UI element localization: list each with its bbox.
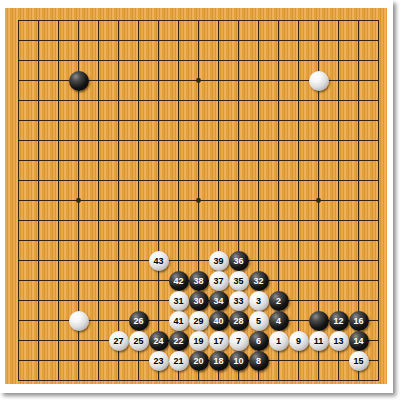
stone-black-26: 26	[129, 311, 149, 331]
stone-black-10: 10	[229, 351, 249, 371]
move-number: 39	[213, 256, 223, 266]
move-number: 22	[173, 336, 183, 346]
move-number: 25	[133, 336, 143, 346]
stone-white-5: 5	[249, 311, 269, 331]
stone-black-8: 8	[249, 351, 269, 371]
stone-black-16: 16	[349, 311, 369, 331]
stone-black-4: 4	[269, 311, 289, 331]
move-number: 2	[276, 296, 281, 306]
stone-white-23: 23	[149, 351, 169, 371]
move-number: 21	[173, 356, 183, 366]
move-number: 41	[173, 316, 183, 326]
stone-black	[69, 71, 89, 91]
stone-white-41: 41	[169, 311, 189, 331]
stone-black-22: 22	[169, 331, 189, 351]
move-number: 28	[233, 316, 243, 326]
move-number: 20	[193, 356, 203, 366]
move-number: 1	[276, 336, 281, 346]
move-number: 9	[296, 336, 301, 346]
move-number: 14	[353, 336, 363, 346]
stone-white-7: 7	[229, 331, 249, 351]
move-number: 38	[193, 276, 203, 286]
stone-white-9: 9	[289, 331, 309, 351]
move-number: 7	[236, 336, 241, 346]
goban-card: 4339364238373532313034333226412940285412…	[0, 0, 393, 393]
stone-black-24: 24	[149, 331, 169, 351]
move-number: 11	[314, 336, 324, 346]
move-number: 19	[193, 336, 203, 346]
stone-black-42: 42	[169, 271, 189, 291]
stone-white-11: 11	[309, 331, 329, 351]
stone-black-18: 18	[209, 351, 229, 371]
stone-white-25: 25	[129, 331, 149, 351]
move-number: 16	[353, 316, 363, 326]
move-number: 6	[256, 336, 261, 346]
stone-black-30: 30	[189, 291, 209, 311]
stone-white-31: 31	[169, 291, 189, 311]
stone-black-36: 36	[229, 251, 249, 271]
move-number: 37	[213, 276, 223, 286]
move-number: 40	[213, 316, 223, 326]
stone-black-28: 28	[229, 311, 249, 331]
stone-white-17: 17	[209, 331, 229, 351]
stone-white-3: 3	[249, 291, 269, 311]
move-number: 15	[353, 356, 363, 366]
move-number: 31	[173, 296, 183, 306]
stone-white-43: 43	[149, 251, 169, 271]
stone-white-15: 15	[349, 351, 369, 371]
stone-black-12: 12	[329, 311, 349, 331]
move-number: 34	[213, 296, 223, 306]
stone-black	[309, 311, 329, 331]
move-number: 27	[113, 336, 123, 346]
stone-white-13: 13	[329, 331, 349, 351]
stone-black-14: 14	[349, 331, 369, 351]
move-number: 43	[153, 256, 163, 266]
stone-black-34: 34	[209, 291, 229, 311]
move-number: 35	[233, 276, 243, 286]
stone-white-29: 29	[189, 311, 209, 331]
move-number: 5	[256, 316, 261, 326]
move-number: 24	[153, 336, 163, 346]
move-number: 12	[333, 316, 343, 326]
move-number: 4	[276, 316, 281, 326]
move-number: 23	[153, 356, 163, 366]
stone-white-37: 37	[209, 271, 229, 291]
stone-white-27: 27	[109, 331, 129, 351]
stone-white-1: 1	[269, 331, 289, 351]
stone-black-40: 40	[209, 311, 229, 331]
move-number: 30	[193, 296, 203, 306]
move-number: 18	[213, 356, 223, 366]
stone-white-39: 39	[209, 251, 229, 271]
move-number: 17	[213, 336, 223, 346]
stone-white	[309, 71, 329, 91]
move-number: 29	[193, 316, 203, 326]
stone-black-20: 20	[189, 351, 209, 371]
move-number: 8	[256, 356, 261, 366]
stone-black-32: 32	[249, 271, 269, 291]
stone-white	[69, 311, 89, 331]
move-number: 36	[233, 256, 243, 266]
stone-white-35: 35	[229, 271, 249, 291]
move-number: 3	[256, 296, 261, 306]
stone-black-38: 38	[189, 271, 209, 291]
move-number: 32	[253, 276, 263, 286]
move-number: 26	[133, 316, 143, 326]
move-number: 13	[333, 336, 343, 346]
move-number: 42	[173, 276, 183, 286]
stone-white-19: 19	[189, 331, 209, 351]
move-number: 33	[233, 296, 243, 306]
stone-black-6: 6	[249, 331, 269, 351]
move-number: 10	[233, 356, 243, 366]
stone-white-21: 21	[169, 351, 189, 371]
stone-white-33: 33	[229, 291, 249, 311]
stone-black-2: 2	[269, 291, 289, 311]
